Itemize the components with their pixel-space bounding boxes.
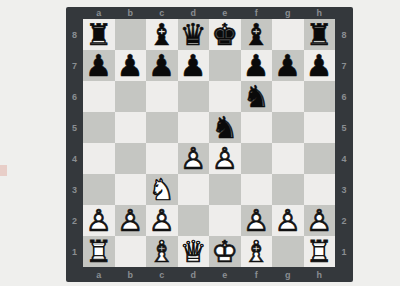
piece-white-pawn[interactable]: ♟♙ bbox=[146, 205, 178, 236]
square-g3[interactable] bbox=[272, 174, 304, 205]
piece-outline-glyph: ♙ bbox=[83, 205, 115, 236]
square-f4[interactable] bbox=[241, 143, 273, 174]
piece-glyph: ♜ bbox=[304, 19, 336, 50]
file-label: g bbox=[272, 267, 304, 282]
rank-label: 4 bbox=[66, 143, 83, 174]
chess-board: abcdefgh abcdefgh 87654321 87654321 ♜♝♛♚… bbox=[66, 7, 353, 282]
square-e6[interactable] bbox=[209, 81, 241, 112]
square-b2[interactable]: ♟♙ bbox=[115, 205, 147, 236]
rank-label: 5 bbox=[335, 112, 353, 143]
piece-white-pawn[interactable]: ♟♙ bbox=[241, 205, 273, 236]
square-b6[interactable] bbox=[115, 81, 147, 112]
square-c1[interactable]: ♝♗ bbox=[146, 236, 178, 267]
square-g1[interactable] bbox=[272, 236, 304, 267]
piece-white-rook[interactable]: ♜♖ bbox=[304, 236, 336, 267]
square-a5[interactable] bbox=[83, 112, 115, 143]
screen-artifact bbox=[0, 165, 7, 176]
piece-black-pawn[interactable]: ♟ bbox=[83, 50, 115, 81]
rank-label: 8 bbox=[335, 19, 353, 50]
square-h6[interactable] bbox=[304, 81, 336, 112]
square-b4[interactable] bbox=[115, 143, 147, 174]
piece-glyph: ♟ bbox=[178, 50, 210, 81]
piece-glyph: ♟ bbox=[115, 50, 147, 81]
square-d3[interactable] bbox=[178, 174, 210, 205]
piece-outline-glyph: ♗ bbox=[146, 236, 178, 267]
square-g8[interactable] bbox=[272, 19, 304, 50]
file-label: h bbox=[304, 267, 336, 282]
square-a8[interactable]: ♜ bbox=[83, 19, 115, 50]
file-labels-top: abcdefgh bbox=[83, 7, 335, 19]
file-label: b bbox=[115, 7, 147, 19]
square-f7[interactable]: ♟ bbox=[241, 50, 273, 81]
square-c5[interactable] bbox=[146, 112, 178, 143]
rank-label: 1 bbox=[335, 236, 353, 267]
rank-label: 3 bbox=[66, 174, 83, 205]
file-label: g bbox=[272, 7, 304, 19]
square-h2[interactable]: ♟♙ bbox=[304, 205, 336, 236]
piece-glyph: ♟ bbox=[304, 50, 336, 81]
square-a3[interactable] bbox=[83, 174, 115, 205]
square-e4[interactable]: ♟♙ bbox=[209, 143, 241, 174]
piece-black-king[interactable]: ♚ bbox=[209, 19, 241, 50]
piece-outline-glyph: ♙ bbox=[209, 143, 241, 174]
square-f8[interactable]: ♝ bbox=[241, 19, 273, 50]
piece-glyph: ♞ bbox=[241, 81, 273, 112]
piece-glyph: ♝ bbox=[146, 19, 178, 50]
square-a1[interactable]: ♜♖ bbox=[83, 236, 115, 267]
piece-black-pawn[interactable]: ♟ bbox=[146, 50, 178, 81]
rank-label: 6 bbox=[335, 81, 353, 112]
piece-outline-glyph: ♖ bbox=[304, 236, 336, 267]
square-d4[interactable]: ♟♙ bbox=[178, 143, 210, 174]
square-h1[interactable]: ♜♖ bbox=[304, 236, 336, 267]
square-d5[interactable] bbox=[178, 112, 210, 143]
piece-white-pawn[interactable]: ♟♙ bbox=[304, 205, 336, 236]
piece-outline-glyph: ♕ bbox=[178, 236, 210, 267]
square-b7[interactable]: ♟ bbox=[115, 50, 147, 81]
square-e1[interactable]: ♚♔ bbox=[209, 236, 241, 267]
square-d7[interactable]: ♟ bbox=[178, 50, 210, 81]
file-label: a bbox=[83, 267, 115, 282]
square-f2[interactable]: ♟♙ bbox=[241, 205, 273, 236]
square-e7[interactable] bbox=[209, 50, 241, 81]
square-c8[interactable]: ♝ bbox=[146, 19, 178, 50]
board-grid: ♜♝♛♚♝♜♟♟♟♟♟♟♟♞♞♟♙♟♙♞♘♟♙♟♙♟♙♟♙♟♙♟♙♜♖♝♗♛♕♚… bbox=[83, 19, 335, 267]
file-labels-bottom: abcdefgh bbox=[83, 267, 335, 282]
square-d6[interactable] bbox=[178, 81, 210, 112]
piece-black-queen[interactable]: ♛ bbox=[178, 19, 210, 50]
square-d8[interactable]: ♛ bbox=[178, 19, 210, 50]
piece-black-knight[interactable]: ♞ bbox=[241, 81, 273, 112]
piece-black-pawn[interactable]: ♟ bbox=[178, 50, 210, 81]
rank-label: 6 bbox=[66, 81, 83, 112]
piece-white-knight[interactable]: ♞♘ bbox=[146, 174, 178, 205]
square-e8[interactable]: ♚ bbox=[209, 19, 241, 50]
file-label: c bbox=[146, 267, 178, 282]
piece-black-pawn[interactable]: ♟ bbox=[115, 50, 147, 81]
piece-black-bishop[interactable]: ♝ bbox=[241, 19, 273, 50]
piece-white-pawn[interactable]: ♟♙ bbox=[178, 143, 210, 174]
square-h5[interactable] bbox=[304, 112, 336, 143]
piece-outline-glyph: ♙ bbox=[241, 205, 273, 236]
piece-outline-glyph: ♙ bbox=[304, 205, 336, 236]
piece-white-rook[interactable]: ♜♖ bbox=[83, 236, 115, 267]
piece-black-bishop[interactable]: ♝ bbox=[146, 19, 178, 50]
file-label: b bbox=[115, 267, 147, 282]
square-h4[interactable] bbox=[304, 143, 336, 174]
piece-glyph: ♚ bbox=[209, 19, 241, 50]
square-d2[interactable] bbox=[178, 205, 210, 236]
square-c6[interactable] bbox=[146, 81, 178, 112]
rank-label: 5 bbox=[66, 112, 83, 143]
square-e2[interactable] bbox=[209, 205, 241, 236]
piece-outline-glyph: ♔ bbox=[209, 236, 241, 267]
square-e3[interactable] bbox=[209, 174, 241, 205]
piece-white-king[interactable]: ♚♔ bbox=[209, 236, 241, 267]
square-g6[interactable] bbox=[272, 81, 304, 112]
piece-glyph: ♝ bbox=[241, 19, 273, 50]
rank-label: 7 bbox=[66, 50, 83, 81]
piece-white-queen[interactable]: ♛♕ bbox=[178, 236, 210, 267]
piece-black-knight[interactable]: ♞ bbox=[209, 112, 241, 143]
rank-label: 2 bbox=[335, 205, 353, 236]
piece-white-bishop[interactable]: ♝♗ bbox=[146, 236, 178, 267]
piece-glyph: ♟ bbox=[272, 50, 304, 81]
square-c2[interactable]: ♟♙ bbox=[146, 205, 178, 236]
square-h8[interactable]: ♜ bbox=[304, 19, 336, 50]
square-c7[interactable]: ♟ bbox=[146, 50, 178, 81]
piece-black-pawn[interactable]: ♟ bbox=[241, 50, 273, 81]
piece-white-pawn[interactable]: ♟♙ bbox=[272, 205, 304, 236]
rank-label: 8 bbox=[66, 19, 83, 50]
rank-labels-right: 87654321 bbox=[335, 19, 353, 267]
piece-black-pawn[interactable]: ♟ bbox=[272, 50, 304, 81]
square-g4[interactable] bbox=[272, 143, 304, 174]
rank-labels-left: 87654321 bbox=[66, 19, 83, 267]
square-a7[interactable]: ♟ bbox=[83, 50, 115, 81]
piece-white-bishop[interactable]: ♝♗ bbox=[241, 236, 273, 267]
file-label: d bbox=[178, 267, 210, 282]
square-h7[interactable]: ♟ bbox=[304, 50, 336, 81]
file-label: e bbox=[209, 267, 241, 282]
square-b5[interactable] bbox=[115, 112, 147, 143]
rank-label: 3 bbox=[335, 174, 353, 205]
piece-white-pawn[interactable]: ♟♙ bbox=[115, 205, 147, 236]
piece-black-pawn[interactable]: ♟ bbox=[304, 50, 336, 81]
square-c3[interactable]: ♞♘ bbox=[146, 174, 178, 205]
square-b8[interactable] bbox=[115, 19, 147, 50]
piece-outline-glyph: ♙ bbox=[272, 205, 304, 236]
piece-glyph: ♟ bbox=[83, 50, 115, 81]
piece-outline-glyph: ♖ bbox=[83, 236, 115, 267]
square-b3[interactable] bbox=[115, 174, 147, 205]
piece-glyph: ♜ bbox=[83, 19, 115, 50]
piece-outline-glyph: ♙ bbox=[146, 205, 178, 236]
piece-outline-glyph: ♙ bbox=[115, 205, 147, 236]
file-label: f bbox=[241, 267, 273, 282]
piece-glyph: ♛ bbox=[178, 19, 210, 50]
piece-black-rook[interactable]: ♜ bbox=[83, 19, 115, 50]
piece-outline-glyph: ♗ bbox=[241, 236, 273, 267]
square-d1[interactable]: ♛♕ bbox=[178, 236, 210, 267]
square-h3[interactable] bbox=[304, 174, 336, 205]
square-a6[interactable] bbox=[83, 81, 115, 112]
square-g5[interactable] bbox=[272, 112, 304, 143]
rank-label: 1 bbox=[66, 236, 83, 267]
square-a4[interactable] bbox=[83, 143, 115, 174]
piece-glyph: ♞ bbox=[209, 112, 241, 143]
square-c4[interactable] bbox=[146, 143, 178, 174]
square-f1[interactable]: ♝♗ bbox=[241, 236, 273, 267]
piece-outline-glyph: ♘ bbox=[146, 174, 178, 205]
square-e5[interactable]: ♞ bbox=[209, 112, 241, 143]
square-f3[interactable] bbox=[241, 174, 273, 205]
square-g7[interactable]: ♟ bbox=[272, 50, 304, 81]
square-a2[interactable]: ♟♙ bbox=[83, 205, 115, 236]
square-b1[interactable] bbox=[115, 236, 147, 267]
piece-white-pawn[interactable]: ♟♙ bbox=[209, 143, 241, 174]
square-g2[interactable]: ♟♙ bbox=[272, 205, 304, 236]
square-f5[interactable] bbox=[241, 112, 273, 143]
piece-white-pawn[interactable]: ♟♙ bbox=[83, 205, 115, 236]
square-f6[interactable]: ♞ bbox=[241, 81, 273, 112]
rank-label: 7 bbox=[335, 50, 353, 81]
piece-glyph: ♟ bbox=[146, 50, 178, 81]
piece-glyph: ♟ bbox=[241, 50, 273, 81]
rank-label: 4 bbox=[335, 143, 353, 174]
piece-black-rook[interactable]: ♜ bbox=[304, 19, 336, 50]
rank-label: 2 bbox=[66, 205, 83, 236]
piece-outline-glyph: ♙ bbox=[178, 143, 210, 174]
